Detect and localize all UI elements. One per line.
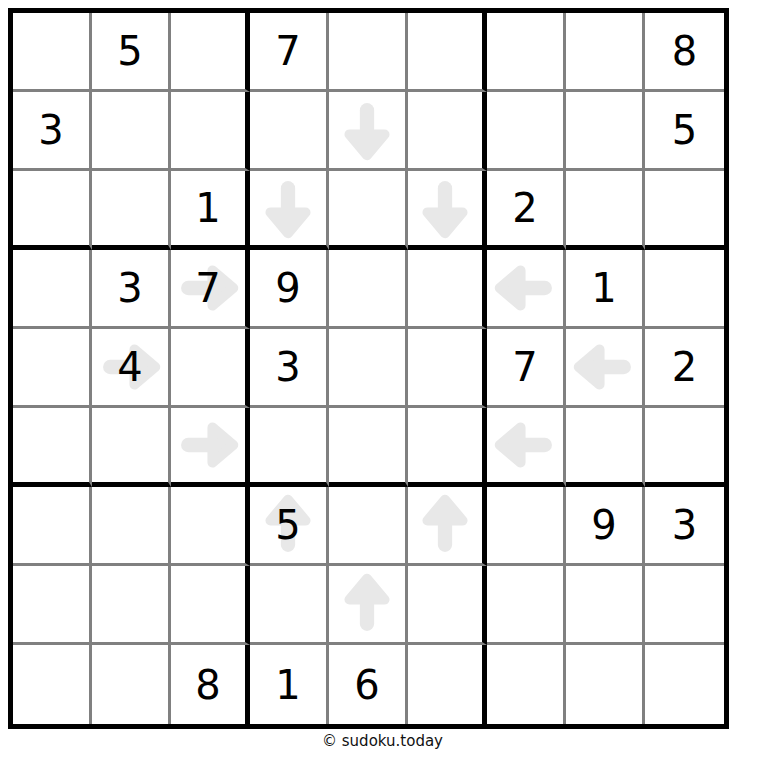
given-digit: 1 xyxy=(195,188,220,228)
cell-r6c5[interactable] xyxy=(329,408,408,487)
cell-r3c3[interactable]: 1 xyxy=(171,171,250,250)
cell-r4c6[interactable] xyxy=(408,250,487,329)
given-digit: 3 xyxy=(38,110,63,150)
cell-r8c5[interactable] xyxy=(329,566,408,645)
cell-r8c3[interactable] xyxy=(171,566,250,645)
cell-r2c5[interactable] xyxy=(329,92,408,171)
cell-r1c4[interactable]: 7 xyxy=(250,13,329,92)
cell-r9c9[interactable] xyxy=(645,645,724,724)
arrow-down-icon xyxy=(255,175,321,241)
cell-r8c8[interactable] xyxy=(566,566,645,645)
cell-r3c9[interactable] xyxy=(645,171,724,250)
cell-r9c2[interactable] xyxy=(92,645,171,724)
cell-r6c9[interactable] xyxy=(645,408,724,487)
given-digit: 9 xyxy=(275,268,300,308)
given-digit: 7 xyxy=(275,31,300,71)
cell-r9c1[interactable] xyxy=(13,645,92,724)
cell-r6c4[interactable] xyxy=(250,408,329,487)
cell-r5c5[interactable] xyxy=(329,329,408,408)
cell-r7c6[interactable] xyxy=(408,487,487,566)
cell-r4c4[interactable]: 9 xyxy=(250,250,329,329)
cell-r2c9[interactable]: 5 xyxy=(645,92,724,171)
cell-r4c2[interactable]: 3 xyxy=(92,250,171,329)
given-digit: 7 xyxy=(195,268,220,308)
given-digit: 1 xyxy=(275,665,300,705)
cell-r9c3[interactable]: 8 xyxy=(171,645,250,724)
cell-r4c1[interactable] xyxy=(13,250,92,329)
cell-r3c1[interactable] xyxy=(13,171,92,250)
page: 578351237914372593816 © sudoku.today xyxy=(0,0,767,750)
cell-r3c8[interactable] xyxy=(566,171,645,250)
sudoku-board: 578351237914372593816 xyxy=(8,8,729,729)
cell-r2c6[interactable] xyxy=(408,92,487,171)
cell-r3c2[interactable] xyxy=(92,171,171,250)
given-digit: 9 xyxy=(591,505,616,545)
given-digit: 5 xyxy=(117,31,142,71)
cell-r7c8[interactable]: 9 xyxy=(566,487,645,566)
cell-r7c3[interactable] xyxy=(171,487,250,566)
cell-r1c1[interactable] xyxy=(13,13,92,92)
cell-r2c3[interactable] xyxy=(171,92,250,171)
arrow-down-icon xyxy=(412,175,478,241)
cell-r3c4[interactable] xyxy=(250,171,329,250)
given-digit: 2 xyxy=(512,188,537,228)
cell-r2c8[interactable] xyxy=(566,92,645,171)
cell-r4c8[interactable]: 1 xyxy=(566,250,645,329)
arrow-left-icon xyxy=(571,334,637,400)
cell-r4c5[interactable] xyxy=(329,250,408,329)
cell-r8c9[interactable] xyxy=(645,566,724,645)
cell-r2c1[interactable]: 3 xyxy=(13,92,92,171)
cell-r6c2[interactable] xyxy=(92,408,171,487)
cell-r8c6[interactable] xyxy=(408,566,487,645)
cell-r1c7[interactable] xyxy=(487,13,566,92)
cell-r7c7[interactable] xyxy=(487,487,566,566)
given-digit: 2 xyxy=(672,347,697,387)
cell-r3c7[interactable]: 2 xyxy=(487,171,566,250)
arrow-up-icon xyxy=(412,492,478,558)
given-digit: 7 xyxy=(512,347,537,387)
cell-r9c5[interactable]: 6 xyxy=(329,645,408,724)
cell-r1c3[interactable] xyxy=(171,13,250,92)
cell-r6c1[interactable] xyxy=(13,408,92,487)
cell-r8c4[interactable] xyxy=(250,566,329,645)
cell-r1c5[interactable] xyxy=(329,13,408,92)
cell-r7c2[interactable] xyxy=(92,487,171,566)
given-digit: 8 xyxy=(195,665,220,705)
given-digit: 3 xyxy=(275,347,300,387)
cell-r9c7[interactable] xyxy=(487,645,566,724)
cell-r5c6[interactable] xyxy=(408,329,487,408)
cell-r6c3[interactable] xyxy=(171,408,250,487)
cell-r6c7[interactable] xyxy=(487,408,566,487)
cell-r5c7[interactable]: 7 xyxy=(487,329,566,408)
cell-r9c6[interactable] xyxy=(408,645,487,724)
arrow-right-icon xyxy=(175,412,241,478)
cell-r7c1[interactable] xyxy=(13,487,92,566)
given-digit: 3 xyxy=(672,505,697,545)
given-digit: 3 xyxy=(117,268,142,308)
cell-r1c2[interactable]: 5 xyxy=(92,13,171,92)
cell-r2c2[interactable] xyxy=(92,92,171,171)
given-digit: 6 xyxy=(354,665,379,705)
cell-r8c2[interactable] xyxy=(92,566,171,645)
cell-r3c5[interactable] xyxy=(329,171,408,250)
cell-r9c8[interactable] xyxy=(566,645,645,724)
cell-r1c9[interactable]: 8 xyxy=(645,13,724,92)
cell-r9c4[interactable]: 1 xyxy=(250,645,329,724)
cell-r5c3[interactable] xyxy=(171,329,250,408)
cell-r3c6[interactable] xyxy=(408,171,487,250)
cell-r4c9[interactable] xyxy=(645,250,724,329)
arrow-down-icon xyxy=(334,97,400,163)
cell-r2c7[interactable] xyxy=(487,92,566,171)
cell-r4c3[interactable]: 7 xyxy=(171,250,250,329)
given-digit: 4 xyxy=(117,347,142,387)
cell-r4c7[interactable] xyxy=(487,250,566,329)
cell-r6c8[interactable] xyxy=(566,408,645,487)
cell-r7c4[interactable]: 5 xyxy=(250,487,329,566)
cell-r5c4[interactable]: 3 xyxy=(250,329,329,408)
given-digit: 5 xyxy=(275,505,300,545)
cell-r2c4[interactable] xyxy=(250,92,329,171)
arrow-left-icon xyxy=(492,412,558,478)
arrow-left-icon xyxy=(492,255,558,321)
cell-r7c5[interactable] xyxy=(329,487,408,566)
cell-r1c8[interactable] xyxy=(566,13,645,92)
cell-r8c1[interactable] xyxy=(13,566,92,645)
copyright-caption: © sudoku.today xyxy=(8,732,757,750)
cell-r5c8[interactable] xyxy=(566,329,645,408)
cell-r8c7[interactable] xyxy=(487,566,566,645)
given-digit: 1 xyxy=(591,268,616,308)
cell-r5c9[interactable]: 2 xyxy=(645,329,724,408)
cell-r5c1[interactable] xyxy=(13,329,92,408)
cell-r7c9[interactable]: 3 xyxy=(645,487,724,566)
arrow-up-icon xyxy=(334,571,400,637)
given-digit: 5 xyxy=(672,110,697,150)
cell-r1c6[interactable] xyxy=(408,13,487,92)
cell-r6c6[interactable] xyxy=(408,408,487,487)
given-digit: 8 xyxy=(672,31,697,71)
cell-r5c2[interactable]: 4 xyxy=(92,329,171,408)
